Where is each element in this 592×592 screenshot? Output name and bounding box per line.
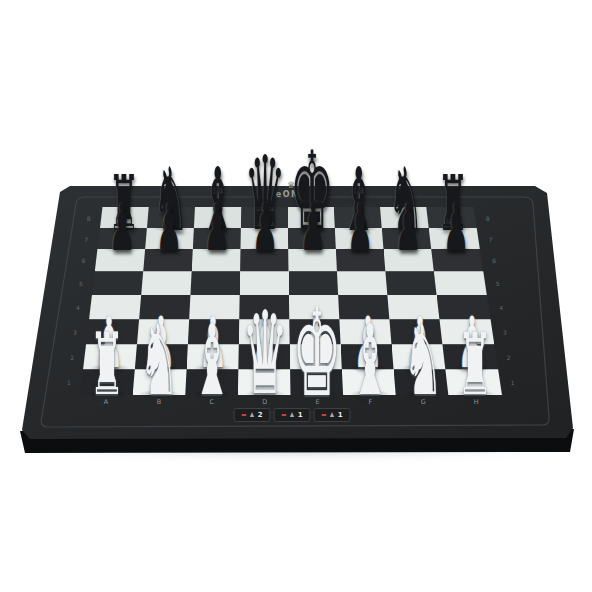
- rank-label-right-2: 2: [507, 354, 511, 361]
- black-pawn-icon: ♟: [299, 196, 326, 261]
- rank-label-right-5: 5: [496, 280, 500, 287]
- white-rook-icon: ♜: [458, 322, 493, 408]
- square-b5[interactable]: [141, 271, 192, 295]
- rank-label-right-6: 6: [492, 257, 496, 264]
- rank-label-left-3: 3: [73, 329, 77, 336]
- rank-label-right-4: 4: [499, 304, 503, 311]
- black-pawn-icon: ♟: [347, 196, 374, 261]
- square-a5[interactable]: [92, 271, 144, 295]
- black-pawn-icon: ♟: [204, 196, 231, 261]
- white-rook-icon: ♜: [89, 322, 124, 408]
- white-queen-icon: ♛: [241, 297, 288, 412]
- electronic-chessboard-scene: ♛ eONE ABCDEFGH8877665544332211 ♟2♟1♟1 ♜…: [0, 0, 592, 592]
- square-f5[interactable]: [337, 271, 388, 295]
- square-c5[interactable]: [190, 271, 241, 295]
- rank-label-right-3: 3: [503, 329, 507, 336]
- white-king-icon: ♚: [292, 291, 342, 413]
- black-pawn-icon: ♟: [442, 196, 469, 261]
- black-pawn-icon: ♟: [251, 196, 278, 261]
- rank-label-right-7: 7: [489, 235, 493, 242]
- black-pawn-icon: ♟: [156, 196, 183, 261]
- rank-label-left-7: 7: [84, 235, 88, 242]
- rank-label-right-1: 1: [511, 379, 515, 386]
- square-h5[interactable]: [434, 271, 487, 295]
- rank-label-left-4: 4: [76, 304, 80, 311]
- black-pawn-icon: ♟: [108, 196, 135, 261]
- rank-label-right-8: 8: [486, 214, 490, 221]
- white-knight-icon: ♞: [403, 312, 443, 410]
- white-knight-icon: ♞: [139, 312, 179, 410]
- rank-label-left-6: 6: [82, 257, 86, 264]
- white-bishop-icon: ♝: [192, 312, 232, 410]
- rank-label-left-1: 1: [67, 379, 71, 386]
- square-g5[interactable]: [385, 271, 437, 295]
- black-pawn-icon: ♟: [395, 196, 422, 261]
- rank-label-left-8: 8: [87, 214, 91, 221]
- rank-label-left-5: 5: [79, 280, 83, 287]
- rank-label-left-2: 2: [70, 354, 74, 361]
- white-bishop-icon: ♝: [350, 312, 390, 410]
